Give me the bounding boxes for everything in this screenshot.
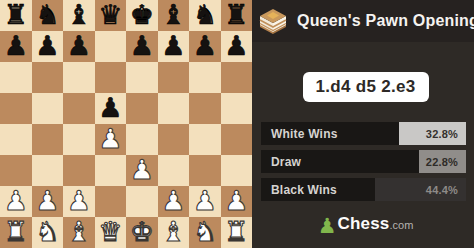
white-piece: ♝ <box>67 218 91 245</box>
white-piece: ♟ <box>67 187 91 214</box>
black-piece: ♝ <box>161 1 185 28</box>
black-piece: ♟ <box>98 94 122 121</box>
square-c3[interactable] <box>63 155 95 186</box>
square-e6[interactable] <box>126 62 158 93</box>
opening-books-icon <box>257 5 290 37</box>
white-piece: ♟ <box>193 187 217 214</box>
square-h8[interactable]: ♜ <box>221 0 253 31</box>
square-b1[interactable]: ♞ <box>32 217 64 248</box>
square-a1[interactable]: ♜ <box>0 217 32 248</box>
square-b7[interactable]: ♟ <box>32 31 64 62</box>
stat-label: Black Wins <box>261 183 337 197</box>
white-piece: ♟ <box>161 187 185 214</box>
logo-brand-text: Chess <box>338 214 390 234</box>
square-c2[interactable]: ♟ <box>63 186 95 217</box>
square-b2[interactable]: ♟ <box>32 186 64 217</box>
square-b3[interactable] <box>32 155 64 186</box>
stat-label: White Wins <box>261 127 338 141</box>
white-piece: ♜ <box>224 218 248 245</box>
square-a2[interactable]: ♟ <box>0 186 32 217</box>
square-f1[interactable]: ♝ <box>158 217 190 248</box>
square-a6[interactable] <box>0 62 32 93</box>
square-g7[interactable]: ♟ <box>189 31 221 62</box>
square-d7[interactable] <box>95 31 127 62</box>
black-piece: ♟ <box>67 32 91 59</box>
square-f5[interactable] <box>158 93 190 124</box>
square-d4[interactable]: ♟ <box>95 124 127 155</box>
square-d3[interactable] <box>95 155 127 186</box>
opening-explorer-card: ♜♞♝♛♚♝♞♜♟♟♟♟♟♟♟♟♟♟♟♟♟♟♟♟♜♞♝♛♚♝♞♜ Queen's… <box>0 0 474 248</box>
square-c4[interactable] <box>63 124 95 155</box>
white-piece: ♟ <box>224 187 248 214</box>
black-piece: ♟ <box>161 32 185 59</box>
square-a8[interactable]: ♜ <box>0 0 32 31</box>
stat-label: Draw <box>261 155 301 169</box>
stat-value: 44.4% <box>426 184 466 196</box>
stat-value: 32.8% <box>426 128 466 140</box>
square-a4[interactable] <box>0 124 32 155</box>
square-h1[interactable]: ♜ <box>221 217 253 248</box>
black-piece: ♜ <box>4 1 28 28</box>
stat-row-black-wins: Black Wins 44.4% <box>261 178 466 201</box>
chess-board[interactable]: ♜♞♝♛♚♝♞♜♟♟♟♟♟♟♟♟♟♟♟♟♟♟♟♟♜♞♝♛♚♝♞♜ <box>0 0 252 248</box>
chesscom-logo[interactable]: ♟Chess.com <box>252 214 474 235</box>
square-g6[interactable] <box>189 62 221 93</box>
stat-bar-draw: 22.8% <box>419 150 466 173</box>
square-e4[interactable] <box>126 124 158 155</box>
square-d2[interactable] <box>95 186 127 217</box>
white-piece: ♞ <box>193 218 217 245</box>
square-d6[interactable] <box>95 62 127 93</box>
square-e5[interactable] <box>126 93 158 124</box>
square-d1[interactable]: ♛ <box>95 217 127 248</box>
square-h6[interactable] <box>221 62 253 93</box>
square-b6[interactable] <box>32 62 64 93</box>
black-piece: ♞ <box>35 1 59 28</box>
logo-suffix-text: .com <box>390 219 414 231</box>
square-h5[interactable] <box>221 93 253 124</box>
square-c7[interactable]: ♟ <box>63 31 95 62</box>
moves-row: 1.d4 d5 2.e3 <box>252 72 474 102</box>
square-f4[interactable] <box>158 124 190 155</box>
white-piece: ♟ <box>4 187 28 214</box>
square-h4[interactable] <box>221 124 253 155</box>
square-c5[interactable] <box>63 93 95 124</box>
stats-panel: Queen's Pawn Opening 1.d4 d5 2.e3 White … <box>252 0 474 248</box>
square-f7[interactable]: ♟ <box>158 31 190 62</box>
square-e1[interactable]: ♚ <box>126 217 158 248</box>
white-piece: ♞ <box>35 218 59 245</box>
black-piece: ♚ <box>130 1 154 28</box>
stat-row-white-wins: White Wins 32.8% <box>261 122 466 145</box>
square-g8[interactable]: ♞ <box>189 0 221 31</box>
black-piece: ♞ <box>193 1 217 28</box>
white-piece: ♟ <box>130 156 154 183</box>
opening-title: Queen's Pawn Opening <box>297 12 474 30</box>
square-e2[interactable] <box>126 186 158 217</box>
black-piece: ♟ <box>224 32 248 59</box>
white-piece: ♛ <box>98 218 122 245</box>
square-h7[interactable]: ♟ <box>221 31 253 62</box>
square-b5[interactable] <box>32 93 64 124</box>
square-g1[interactable]: ♞ <box>189 217 221 248</box>
square-h3[interactable] <box>221 155 253 186</box>
stats-list: White Wins 32.8% Draw 22.8% Black Wins 4… <box>261 122 466 201</box>
white-piece: ♟ <box>98 125 122 152</box>
black-piece: ♟ <box>35 32 59 59</box>
square-g2[interactable]: ♟ <box>189 186 221 217</box>
black-piece: ♟ <box>130 32 154 59</box>
square-b8[interactable]: ♞ <box>32 0 64 31</box>
white-piece: ♟ <box>35 187 59 214</box>
square-a7[interactable]: ♟ <box>0 31 32 62</box>
black-piece: ♝ <box>67 1 91 28</box>
stat-bar-white: 32.8% <box>399 122 466 145</box>
square-a3[interactable] <box>0 155 32 186</box>
square-f8[interactable]: ♝ <box>158 0 190 31</box>
square-g4[interactable] <box>189 124 221 155</box>
black-piece: ♛ <box>98 1 122 28</box>
square-f2[interactable]: ♟ <box>158 186 190 217</box>
white-piece: ♚ <box>130 218 154 245</box>
square-c6[interactable] <box>63 62 95 93</box>
square-e7[interactable]: ♟ <box>126 31 158 62</box>
moves-pill: 1.d4 d5 2.e3 <box>303 72 429 102</box>
green-pawn-icon: ♟ <box>318 216 337 237</box>
stat-value: 22.8% <box>426 156 466 168</box>
square-f3[interactable] <box>158 155 190 186</box>
square-c1[interactable]: ♝ <box>63 217 95 248</box>
square-f6[interactable] <box>158 62 190 93</box>
black-piece: ♜ <box>224 1 248 28</box>
square-g3[interactable] <box>189 155 221 186</box>
square-b4[interactable] <box>32 124 64 155</box>
square-e8[interactable]: ♚ <box>126 0 158 31</box>
black-piece: ♟ <box>193 32 217 59</box>
stat-bar-black: 44.4% <box>375 178 466 201</box>
square-a5[interactable] <box>0 93 32 124</box>
panel-header: Queen's Pawn Opening <box>252 0 474 42</box>
square-h2[interactable]: ♟ <box>221 186 253 217</box>
square-e3[interactable]: ♟ <box>126 155 158 186</box>
square-d8[interactable]: ♛ <box>95 0 127 31</box>
square-d5[interactable]: ♟ <box>95 93 127 124</box>
stat-row-draw: Draw 22.8% <box>261 150 466 173</box>
square-c8[interactable]: ♝ <box>63 0 95 31</box>
square-g5[interactable] <box>189 93 221 124</box>
black-piece: ♟ <box>4 32 28 59</box>
white-piece: ♝ <box>161 218 185 245</box>
white-piece: ♜ <box>4 218 28 245</box>
